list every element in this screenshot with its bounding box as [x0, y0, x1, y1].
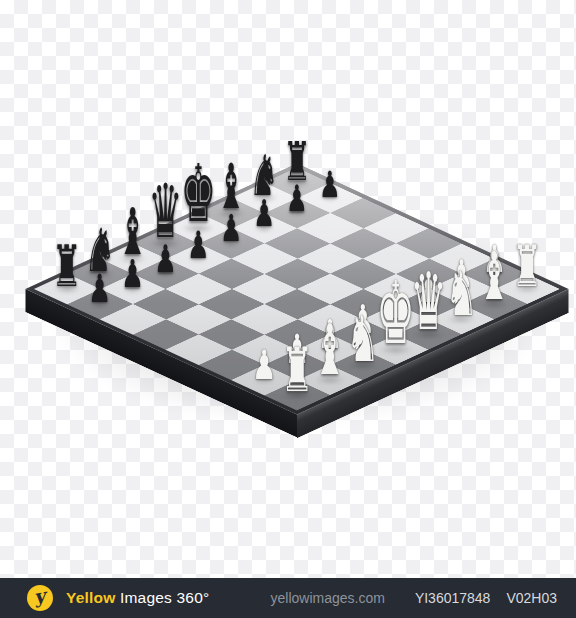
- piece-white-knight: ♞: [445, 264, 478, 326]
- piece-white-knight: ♞: [346, 308, 379, 371]
- piece-black-rook: ♜: [52, 238, 82, 295]
- stock-photo-canvas: ♜♞♝♛♚♝♞♜♟♟♟♟♟♟♟♟♟♟♟♟♟♟♟♟♜♝♞♚♛♞♝♜ y Yello…: [0, 0, 576, 618]
- piece-white-pawn: ♟: [252, 345, 276, 386]
- piece-white-bishop: ♝: [313, 317, 347, 387]
- website-link[interactable]: yellowimages.com: [271, 590, 385, 606]
- image-id: YI36017848: [415, 590, 491, 606]
- chessboard-photo: ♜♞♝♛♚♝♞♜♟♟♟♟♟♟♟♟♟♟♟♟♟♟♟♟♜♝♞♚♛♞♝♜: [0, 0, 576, 578]
- piece-white-bishop: ♝: [478, 244, 510, 310]
- chess-pieces-layer: ♜♞♝♛♚♝♞♜♟♟♟♟♟♟♟♟♟♟♟♟♟♟♟♟♜♝♞♚♛♞♝♜: [0, 0, 576, 578]
- logo-monogram: y: [33, 586, 47, 607]
- brand-text-rest: Images 360°: [120, 589, 209, 606]
- piece-black-pawn: ♟: [319, 167, 341, 203]
- piece-black-pawn: ♟: [187, 226, 210, 264]
- piece-black-pawn: ♟: [220, 211, 242, 248]
- piece-white-rook: ♜: [512, 238, 542, 295]
- piece-white-king: ♚: [376, 271, 415, 357]
- variant-id: V02H03: [506, 590, 557, 606]
- piece-black-pawn: ♟: [286, 181, 308, 218]
- piece-black-pawn: ♟: [121, 256, 144, 295]
- piece-black-pawn: ♟: [253, 196, 275, 233]
- piece-white-queen: ♛: [410, 262, 446, 341]
- brand-text: Yellow Images 360°: [66, 589, 209, 607]
- yellow-images-logo[interactable]: y: [27, 585, 53, 611]
- piece-black-pawn: ♟: [154, 241, 177, 279]
- piece-white-rook: ♜: [281, 340, 313, 401]
- footer-bar: y Yellow Images 360° yellowimages.com YI…: [0, 578, 576, 618]
- brand-text-yellow: Yellow: [66, 589, 115, 606]
- piece-black-pawn: ♟: [88, 270, 111, 309]
